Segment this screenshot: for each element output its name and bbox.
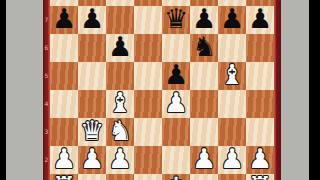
- square-e2[interactable]: [162, 146, 190, 174]
- square-h4[interactable]: [246, 90, 274, 118]
- square-e5[interactable]: ♟: [162, 62, 190, 90]
- square-b7[interactable]: ♟: [78, 6, 106, 34]
- piece-white-pawn[interactable]: ♟: [164, 89, 188, 117]
- piece-black-pawn[interactable]: ♟: [192, 5, 216, 33]
- square-h6[interactable]: [246, 34, 274, 62]
- rank-label-4: 4: [43, 100, 50, 108]
- piece-white-knight[interactable]: ♞: [108, 117, 132, 145]
- square-a3[interactable]: [50, 118, 78, 146]
- square-d7[interactable]: [134, 6, 162, 34]
- left-black-bar: [0, 0, 6, 180]
- piece-black-knight[interactable]: ♞: [192, 33, 216, 61]
- square-a4[interactable]: [50, 90, 78, 118]
- square-c7[interactable]: [106, 6, 134, 34]
- piece-white-pawn[interactable]: ♟: [248, 145, 272, 173]
- square-f1[interactable]: [190, 174, 218, 180]
- piece-white-bishop[interactable]: ♝: [220, 61, 244, 89]
- piece-black-pawn[interactable]: ♟: [164, 61, 188, 89]
- video-frame: ♜♞♚♝♜♟♟♛♟♟♟♟♞♟♝♝♟♛♞♟♟♟♟♟♟♜♚♜ 87654321: [0, 0, 320, 180]
- rank-coordinates: 87654321: [43, 0, 50, 180]
- piece-white-pawn[interactable]: ♟: [220, 145, 244, 173]
- square-d6[interactable]: [134, 34, 162, 62]
- square-f6[interactable]: ♞: [190, 34, 218, 62]
- piece-white-rook[interactable]: ♜: [248, 173, 272, 180]
- square-e4[interactable]: ♟: [162, 90, 190, 118]
- square-f2[interactable]: ♟: [190, 146, 218, 174]
- square-c5[interactable]: [106, 62, 134, 90]
- square-a2[interactable]: ♟: [50, 146, 78, 174]
- piece-black-pawn[interactable]: ♟: [52, 5, 76, 33]
- square-e6[interactable]: [162, 34, 190, 62]
- piece-white-pawn[interactable]: ♟: [52, 145, 76, 173]
- square-b2[interactable]: ♟: [78, 146, 106, 174]
- square-f4[interactable]: [190, 90, 218, 118]
- rank-label-3: 3: [43, 128, 50, 136]
- square-b6[interactable]: [78, 34, 106, 62]
- square-c3[interactable]: ♞: [106, 118, 134, 146]
- piece-white-pawn[interactable]: ♟: [108, 145, 132, 173]
- square-b4[interactable]: [78, 90, 106, 118]
- piece-black-queen[interactable]: ♛: [164, 5, 188, 33]
- right-black-bar: [309, 0, 320, 180]
- piece-black-pawn[interactable]: ♟: [80, 5, 104, 33]
- square-h3[interactable]: [246, 118, 274, 146]
- chess-board[interactable]: ♜♞♚♝♜♟♟♛♟♟♟♟♞♟♝♝♟♛♞♟♟♟♟♟♟♜♚♜: [50, 0, 274, 180]
- square-e7[interactable]: ♛: [162, 6, 190, 34]
- piece-white-rook[interactable]: ♜: [52, 173, 76, 180]
- square-c1[interactable]: [106, 174, 134, 180]
- square-c4[interactable]: ♝: [106, 90, 134, 118]
- square-e1[interactable]: ♚: [162, 174, 190, 180]
- square-h7[interactable]: ♟: [246, 6, 274, 34]
- square-h2[interactable]: ♟: [246, 146, 274, 174]
- piece-white-bishop[interactable]: ♝: [108, 89, 132, 117]
- piece-black-pawn[interactable]: ♟: [220, 5, 244, 33]
- square-d4[interactable]: [134, 90, 162, 118]
- square-h5[interactable]: [246, 62, 274, 90]
- square-e3[interactable]: [162, 118, 190, 146]
- rank-label-5: 5: [43, 72, 50, 80]
- piece-white-queen[interactable]: ♛: [80, 117, 104, 145]
- square-a6[interactable]: [50, 34, 78, 62]
- square-d1[interactable]: [134, 174, 162, 180]
- square-a1[interactable]: ♜: [50, 174, 78, 180]
- square-g5[interactable]: ♝: [218, 62, 246, 90]
- piece-white-king[interactable]: ♚: [164, 173, 188, 180]
- piece-black-pawn[interactable]: ♟: [248, 5, 272, 33]
- square-d3[interactable]: [134, 118, 162, 146]
- rank-label-6: 6: [43, 44, 50, 52]
- piece-black-pawn[interactable]: ♟: [108, 33, 132, 61]
- rank-label-7: 7: [43, 16, 50, 24]
- square-d5[interactable]: [134, 62, 162, 90]
- square-f3[interactable]: [190, 118, 218, 146]
- square-b1[interactable]: [78, 174, 106, 180]
- square-h1[interactable]: ♜: [246, 174, 274, 180]
- piece-white-pawn[interactable]: ♟: [192, 145, 216, 173]
- square-c6[interactable]: ♟: [106, 34, 134, 62]
- square-g7[interactable]: ♟: [218, 6, 246, 34]
- square-b5[interactable]: [78, 62, 106, 90]
- square-b3[interactable]: ♛: [78, 118, 106, 146]
- square-g1[interactable]: [218, 174, 246, 180]
- square-g2[interactable]: ♟: [218, 146, 246, 174]
- square-f5[interactable]: [190, 62, 218, 90]
- square-c2[interactable]: ♟: [106, 146, 134, 174]
- square-f7[interactable]: ♟: [190, 6, 218, 34]
- rank-label-2: 2: [43, 156, 50, 164]
- square-g4[interactable]: [218, 90, 246, 118]
- piece-white-pawn[interactable]: ♟: [80, 145, 104, 173]
- square-g3[interactable]: [218, 118, 246, 146]
- square-g6[interactable]: [218, 34, 246, 62]
- square-a7[interactable]: ♟: [50, 6, 78, 34]
- square-a5[interactable]: [50, 62, 78, 90]
- square-d2[interactable]: [134, 146, 162, 174]
